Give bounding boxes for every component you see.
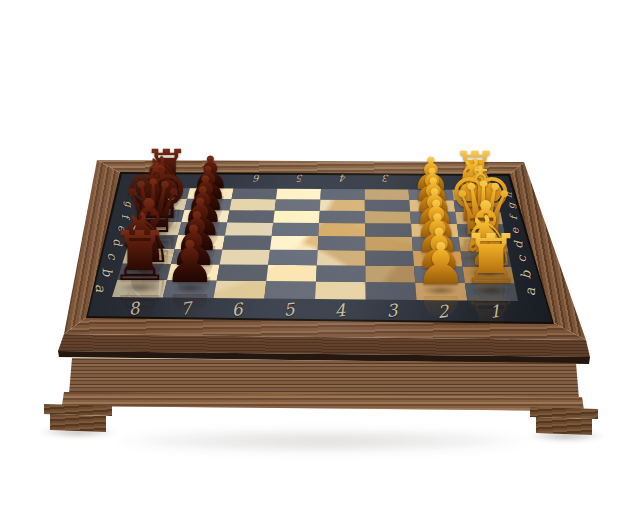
white-rook-glyph: ♜ bbox=[460, 225, 521, 294]
coordinate-rank-near-5: 5 bbox=[282, 301, 295, 319]
coordinate-file-right-a: a bbox=[522, 288, 536, 297]
white-pawn-glyph: ♟ bbox=[415, 235, 467, 293]
coordinate-rank-near-3: 3 bbox=[385, 302, 398, 320]
chess-set-photo: 8877665544332211aabbccddeeffgghh ♜♜♟♟♟♟♜… bbox=[0, 0, 640, 530]
coordinate-rank-far-3: 3 bbox=[383, 173, 390, 183]
coordinate-rank-near-4: 4 bbox=[334, 302, 347, 320]
black-rook-glyph: ♜ bbox=[109, 222, 170, 291]
coordinate-rank-far-6: 6 bbox=[254, 173, 261, 183]
coordinate-file-left-a: a bbox=[94, 284, 108, 293]
coordinate-rank-far-4: 4 bbox=[340, 173, 347, 183]
coordinate-rank-far-5: 5 bbox=[297, 173, 304, 183]
black-pawn-glyph: ♟ bbox=[164, 233, 216, 291]
coordinate-rank-near-6: 6 bbox=[231, 301, 244, 319]
floor-shadow bbox=[50, 426, 595, 456]
